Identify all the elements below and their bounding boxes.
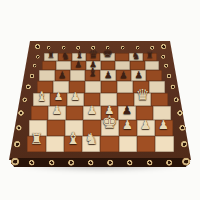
piece-black-pawn-b6[interactable]: ♟ — [58, 69, 66, 78]
piece-white-knight-d1[interactable]: ♞ — [84, 132, 98, 147]
square-b1[interactable] — [46, 136, 64, 152]
square-f5[interactable] — [117, 81, 133, 93]
piece-white-king-e2[interactable]: ♚ — [101, 113, 117, 131]
ornament-right — [174, 97, 180, 103]
piece-black-rook-h8[interactable]: ♜ — [146, 51, 154, 60]
square-h6[interactable] — [146, 70, 161, 81]
square-a3[interactable] — [31, 106, 49, 120]
piece-white-queen-g4[interactable]: ♛ — [136, 87, 150, 102]
ornament-left — [29, 73, 34, 78]
piece-white-rook-a1[interactable]: ♜ — [30, 132, 43, 147]
square-a7[interactable] — [42, 61, 57, 70]
square-f8[interactable] — [115, 53, 129, 61]
piece-black-knight-b8[interactable]: ♞ — [61, 51, 70, 61]
ornament-corner-rosette — [11, 157, 20, 166]
chess-set-photo: ♜♞♝♛♚♞♜♟♟♟♝♟♟♟♝♟♟♛♟♟♟♟♚♟♟♟♜♝♞ — [0, 0, 200, 200]
square-h5[interactable] — [149, 81, 165, 93]
square-c3[interactable] — [66, 106, 84, 120]
piece-white-pawn-f2[interactable]: ♟ — [122, 119, 133, 131]
piece-black-pawn-f6[interactable]: ♟ — [119, 69, 127, 78]
piece-white-pawn-c4[interactable]: ♟ — [71, 92, 81, 103]
ornament-corner-rosette — [34, 43, 41, 50]
square-f1[interactable] — [119, 136, 137, 152]
ornament-corner-rosette — [182, 157, 191, 166]
piece-black-pawn-e6[interactable]: ♟ — [104, 69, 112, 78]
piece-white-pawn-b4[interactable]: ♟ — [54, 92, 64, 103]
square-e1[interactable] — [100, 136, 118, 152]
square-d5[interactable] — [85, 81, 101, 93]
ornament-bottom — [87, 159, 94, 166]
square-b2[interactable] — [47, 120, 65, 136]
piece-white-pawn-h2[interactable]: ♟ — [158, 119, 169, 131]
piece-black-king-e8[interactable]: ♚ — [102, 48, 112, 60]
piece-black-pawn-g6[interactable]: ♟ — [135, 69, 143, 78]
piece-white-bishop-a4[interactable]: ♝ — [36, 89, 48, 102]
square-g1[interactable] — [137, 136, 155, 152]
piece-white-pawn-g2[interactable]: ♟ — [140, 119, 151, 131]
square-h1[interactable] — [155, 136, 173, 152]
ornament-bottom — [127, 159, 134, 166]
piece-black-rook-a8[interactable]: ♜ — [47, 51, 55, 60]
piece-white-bishop-c1[interactable]: ♝ — [66, 131, 80, 147]
piece-black-pawn-f3[interactable]: ♟ — [122, 105, 132, 116]
ornament-right — [181, 141, 188, 148]
ornament-bottom — [146, 159, 153, 166]
ornament-bottom — [48, 159, 55, 166]
ornament-bottom — [107, 159, 114, 166]
ornament-right — [167, 73, 172, 78]
square-a6[interactable] — [39, 70, 54, 81]
ornament-bottom — [68, 159, 75, 166]
ornament-corner-rosette — [160, 43, 167, 50]
square-e5[interactable] — [101, 81, 117, 93]
square-c6[interactable] — [70, 70, 85, 81]
ornament-right — [177, 110, 183, 116]
piece-black-pawn-c7[interactable]: ♟ — [75, 60, 83, 69]
piece-white-pawn-d3[interactable]: ♟ — [87, 105, 97, 116]
square-h7[interactable] — [145, 61, 160, 70]
piece-black-bishop-d6[interactable]: ♝ — [88, 67, 98, 79]
piece-white-pawn-b3[interactable]: ♟ — [52, 105, 62, 116]
ornament-bottom — [29, 159, 36, 166]
ornament-left — [18, 110, 24, 116]
ornament-top — [120, 45, 125, 50]
piece-black-knight-g8[interactable]: ♞ — [131, 51, 140, 61]
ornament-left — [14, 141, 21, 148]
ornament-right — [164, 63, 169, 68]
ornament-left — [32, 63, 37, 68]
ornament-bottom — [166, 159, 173, 166]
square-h4[interactable] — [151, 93, 168, 106]
ornament-left — [22, 97, 28, 103]
